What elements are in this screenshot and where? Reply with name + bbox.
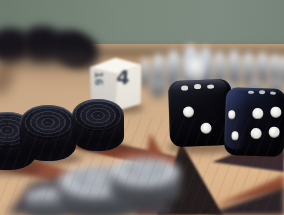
black-checker[interactable] xyxy=(72,99,124,151)
die-black-left[interactable] xyxy=(168,79,233,147)
die-pip xyxy=(228,110,235,119)
die-pip xyxy=(200,123,211,134)
backgammon-photo-scene: 16 4 xyxy=(0,0,284,215)
die-pip xyxy=(183,106,194,117)
doubling-cube-side-value: 16 xyxy=(93,70,104,88)
die-pip xyxy=(270,107,281,118)
die-pip xyxy=(268,126,279,137)
doubling-cube-front-value: 4 xyxy=(111,65,134,88)
die-pip xyxy=(259,90,265,94)
silver-checker-foreground[interactable] xyxy=(110,158,180,206)
die-pip xyxy=(231,131,238,140)
die-blue-sheen xyxy=(224,91,248,150)
die-black-right[interactable] xyxy=(224,87,284,157)
die-pip xyxy=(207,84,214,89)
die-pip xyxy=(270,91,276,95)
die-pip xyxy=(248,90,254,94)
die-pip xyxy=(194,84,201,89)
black-checker-top xyxy=(72,99,124,132)
die-pip xyxy=(252,108,263,119)
die-pip xyxy=(250,128,261,139)
silver-checker-top xyxy=(110,158,180,187)
die-pip xyxy=(181,85,188,90)
black-checker[interactable] xyxy=(20,105,76,161)
black-checker-top xyxy=(20,105,76,140)
